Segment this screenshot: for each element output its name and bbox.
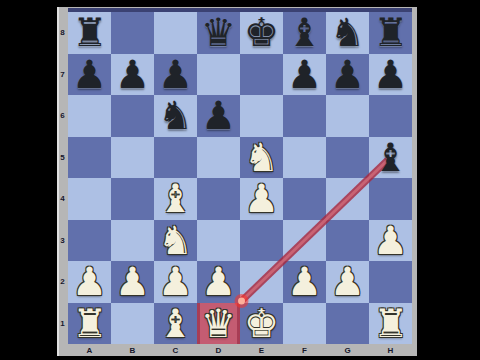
square-h7[interactable]: ♟ <box>369 54 412 96</box>
square-a1[interactable]: ♜ <box>68 303 111 345</box>
piece-white-queen: ♛ <box>201 303 236 345</box>
square-g4[interactable] <box>326 178 369 220</box>
piece-black-pawn: ♟ <box>72 54 107 96</box>
rank-label-6: 6 <box>57 95 68 137</box>
square-f5[interactable] <box>283 137 326 179</box>
square-c6[interactable]: ♞ <box>154 95 197 137</box>
piece-white-rook: ♜ <box>72 303 107 345</box>
square-h4[interactable] <box>369 178 412 220</box>
square-b4[interactable] <box>111 178 154 220</box>
file-label-e: E <box>240 344 283 357</box>
square-c8[interactable] <box>154 12 197 54</box>
square-a7[interactable]: ♟ <box>68 54 111 96</box>
square-g2[interactable]: ♟ <box>326 261 369 303</box>
piece-black-pawn: ♟ <box>330 54 365 96</box>
rank-label-2: 2 <box>57 261 68 303</box>
file-label-h: H <box>369 344 412 357</box>
chess-board: ♜♛♚♝♞♜♟♟♟♟♟♟♞♟♞♝♝♟♞♟♟♟♟♟♟♟♜♝♛♚♜ <box>68 12 412 344</box>
square-b6[interactable] <box>111 95 154 137</box>
square-d6[interactable]: ♟ <box>197 95 240 137</box>
file-labels: ABCDEFGH <box>68 344 412 357</box>
square-g7[interactable]: ♟ <box>326 54 369 96</box>
piece-white-pawn: ♟ <box>244 178 279 220</box>
square-d7[interactable] <box>197 54 240 96</box>
rank-label-8: 8 <box>57 12 68 54</box>
piece-white-knight: ♞ <box>158 220 193 262</box>
square-e1[interactable]: ♚ <box>240 303 283 345</box>
piece-white-bishop: ♝ <box>158 303 193 345</box>
piece-black-pawn: ♟ <box>158 54 193 96</box>
piece-black-pawn: ♟ <box>287 54 322 96</box>
square-a3[interactable] <box>68 220 111 262</box>
piece-white-king: ♚ <box>244 303 279 345</box>
piece-black-bishop: ♝ <box>373 137 408 179</box>
square-g8[interactable]: ♞ <box>326 12 369 54</box>
square-d2[interactable]: ♟ <box>197 261 240 303</box>
piece-white-pawn: ♟ <box>115 261 150 303</box>
square-a4[interactable] <box>68 178 111 220</box>
piece-white-pawn: ♟ <box>373 220 408 262</box>
square-f7[interactable]: ♟ <box>283 54 326 96</box>
square-b5[interactable] <box>111 137 154 179</box>
square-e2[interactable] <box>240 261 283 303</box>
square-g5[interactable] <box>326 137 369 179</box>
square-e7[interactable] <box>240 54 283 96</box>
file-label-d: D <box>197 344 240 357</box>
square-h8[interactable]: ♜ <box>369 12 412 54</box>
file-label-b: B <box>111 344 154 357</box>
rank-label-3: 3 <box>57 220 68 262</box>
piece-black-pawn: ♟ <box>373 54 408 96</box>
square-b8[interactable] <box>111 12 154 54</box>
square-h6[interactable] <box>369 95 412 137</box>
square-b7[interactable]: ♟ <box>111 54 154 96</box>
square-h3[interactable]: ♟ <box>369 220 412 262</box>
piece-white-knight: ♞ <box>244 137 279 179</box>
square-f4[interactable] <box>283 178 326 220</box>
square-a2[interactable]: ♟ <box>68 261 111 303</box>
piece-white-rook: ♜ <box>373 303 408 345</box>
file-label-f: F <box>283 344 326 357</box>
square-h1[interactable]: ♜ <box>369 303 412 345</box>
square-e6[interactable] <box>240 95 283 137</box>
chess-app-window: 87654321 ♜♛♚♝♞♜♟♟♟♟♟♟♞♟♞♝♝♟♞♟♟♟♟♟♟♟♜♝♛♚♜… <box>57 7 417 356</box>
square-d3[interactable] <box>197 220 240 262</box>
square-e5[interactable]: ♞ <box>240 137 283 179</box>
square-d1[interactable]: ♛ <box>197 303 240 345</box>
rank-label-1: 1 <box>57 303 68 345</box>
square-f2[interactable]: ♟ <box>283 261 326 303</box>
piece-black-rook: ♜ <box>72 12 107 54</box>
file-label-a: A <box>68 344 111 357</box>
square-f8[interactable]: ♝ <box>283 12 326 54</box>
piece-white-pawn: ♟ <box>201 261 236 303</box>
square-h2[interactable] <box>369 261 412 303</box>
file-label-g: G <box>326 344 369 357</box>
square-c4[interactable]: ♝ <box>154 178 197 220</box>
square-c2[interactable]: ♟ <box>154 261 197 303</box>
square-g3[interactable] <box>326 220 369 262</box>
square-f3[interactable] <box>283 220 326 262</box>
piece-black-knight: ♞ <box>158 95 193 137</box>
piece-white-pawn: ♟ <box>158 261 193 303</box>
square-b1[interactable] <box>111 303 154 345</box>
rank-labels: 87654321 <box>57 12 68 344</box>
rank-label-7: 7 <box>57 54 68 96</box>
piece-white-pawn: ♟ <box>330 261 365 303</box>
square-c1[interactable]: ♝ <box>154 303 197 345</box>
square-f1[interactable] <box>283 303 326 345</box>
rank-label-5: 5 <box>57 137 68 179</box>
piece-black-knight: ♞ <box>330 12 365 54</box>
video-frame: 87654321 ♜♛♚♝♞♜♟♟♟♟♟♟♞♟♞♝♝♟♞♟♟♟♟♟♟♟♜♝♛♚♜… <box>0 0 480 360</box>
square-g1[interactable] <box>326 303 369 345</box>
piece-white-pawn: ♟ <box>287 261 322 303</box>
piece-white-pawn: ♟ <box>72 261 107 303</box>
square-e3[interactable] <box>240 220 283 262</box>
file-label-c: C <box>154 344 197 357</box>
piece-black-rook: ♜ <box>373 12 408 54</box>
square-d4[interactable] <box>197 178 240 220</box>
square-e8[interactable]: ♚ <box>240 12 283 54</box>
square-e4[interactable]: ♟ <box>240 178 283 220</box>
square-b2[interactable]: ♟ <box>111 261 154 303</box>
square-a5[interactable] <box>68 137 111 179</box>
square-c3[interactable]: ♞ <box>154 220 197 262</box>
square-a8[interactable]: ♜ <box>68 12 111 54</box>
square-c7[interactable]: ♟ <box>154 54 197 96</box>
board-frame: ♜♛♚♝♞♜♟♟♟♟♟♟♞♟♞♝♝♟♞♟♟♟♟♟♟♟♜♝♛♚♜ <box>68 8 412 344</box>
square-d8[interactable]: ♛ <box>197 12 240 54</box>
square-c5[interactable] <box>154 137 197 179</box>
piece-black-queen: ♛ <box>201 12 236 54</box>
rank-label-4: 4 <box>57 178 68 220</box>
square-d5[interactable] <box>197 137 240 179</box>
piece-black-king: ♚ <box>244 12 279 54</box>
square-b3[interactable] <box>111 220 154 262</box>
piece-black-pawn: ♟ <box>115 54 150 96</box>
square-g6[interactable] <box>326 95 369 137</box>
piece-black-bishop: ♝ <box>287 12 322 54</box>
square-f6[interactable] <box>283 95 326 137</box>
piece-black-pawn: ♟ <box>201 95 236 137</box>
piece-white-bishop: ♝ <box>158 178 193 220</box>
square-h5[interactable]: ♝ <box>369 137 412 179</box>
square-a6[interactable] <box>68 95 111 137</box>
